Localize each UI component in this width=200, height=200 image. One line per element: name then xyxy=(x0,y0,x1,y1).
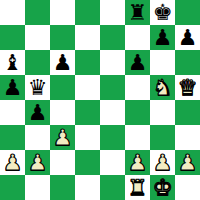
white-rook-f1[interactable]: ♜ xyxy=(128,175,148,200)
square-b6[interactable] xyxy=(25,50,50,75)
square-g5[interactable]: ♞ xyxy=(150,75,175,100)
square-f1[interactable]: ♜ xyxy=(125,175,150,200)
square-g8[interactable]: ♚ xyxy=(150,0,175,25)
black-pawn-a5[interactable]: ♟ xyxy=(3,75,23,100)
square-d7[interactable] xyxy=(75,25,100,50)
square-b4[interactable]: ♟ xyxy=(25,100,50,125)
square-a8[interactable] xyxy=(0,0,25,25)
square-g2[interactable]: ♟ xyxy=(150,150,175,175)
square-b5[interactable]: ♛ xyxy=(25,75,50,100)
black-queen-b5[interactable]: ♛ xyxy=(28,75,48,100)
square-e6[interactable] xyxy=(100,50,125,75)
square-h6[interactable] xyxy=(175,50,200,75)
square-e4[interactable] xyxy=(100,100,125,125)
square-c8[interactable] xyxy=(50,0,75,25)
square-a6[interactable]: ♝ xyxy=(0,50,25,75)
white-pawn-a2[interactable]: ♟ xyxy=(3,150,23,175)
square-a1[interactable] xyxy=(0,175,25,200)
square-b8[interactable] xyxy=(25,0,50,25)
square-b2[interactable]: ♟ xyxy=(25,150,50,175)
square-b3[interactable] xyxy=(25,125,50,150)
square-f5[interactable] xyxy=(125,75,150,100)
white-pawn-f2[interactable]: ♟ xyxy=(128,150,148,175)
black-bishop-a6[interactable]: ♝ xyxy=(3,50,23,75)
square-d5[interactable] xyxy=(75,75,100,100)
square-c4[interactable] xyxy=(50,100,75,125)
square-g4[interactable] xyxy=(150,100,175,125)
square-a4[interactable] xyxy=(0,100,25,125)
square-a5[interactable]: ♟ xyxy=(0,75,25,100)
square-f7[interactable] xyxy=(125,25,150,50)
square-d8[interactable] xyxy=(75,0,100,25)
square-e7[interactable] xyxy=(100,25,125,50)
square-c1[interactable] xyxy=(50,175,75,200)
square-c5[interactable] xyxy=(50,75,75,100)
square-a2[interactable]: ♟ xyxy=(0,150,25,175)
square-b1[interactable] xyxy=(25,175,50,200)
black-pawn-h7[interactable]: ♟ xyxy=(178,25,198,50)
square-g1[interactable]: ♚ xyxy=(150,175,175,200)
black-pawn-b4[interactable]: ♟ xyxy=(28,100,48,125)
white-pawn-g2[interactable]: ♟ xyxy=(153,150,173,175)
square-d4[interactable] xyxy=(75,100,100,125)
square-g7[interactable]: ♟ xyxy=(150,25,175,50)
square-h1[interactable] xyxy=(175,175,200,200)
square-e5[interactable] xyxy=(100,75,125,100)
square-c6[interactable]: ♟ xyxy=(50,50,75,75)
square-c7[interactable] xyxy=(50,25,75,50)
square-d6[interactable] xyxy=(75,50,100,75)
square-g6[interactable] xyxy=(150,50,175,75)
square-h5[interactable]: ♛ xyxy=(175,75,200,100)
square-d2[interactable] xyxy=(75,150,100,175)
square-h3[interactable] xyxy=(175,125,200,150)
white-pawn-h2[interactable]: ♟ xyxy=(178,150,198,175)
white-king-g1[interactable]: ♚ xyxy=(153,175,173,200)
black-pawn-c6[interactable]: ♟ xyxy=(53,50,73,75)
square-d1[interactable] xyxy=(75,175,100,200)
chess-board: ♜♚♟♟♝♟♟♟♛♞♛♟♟♟♟♟♟♟♜♚ xyxy=(0,0,200,200)
square-a3[interactable] xyxy=(0,125,25,150)
square-f3[interactable] xyxy=(125,125,150,150)
square-a7[interactable] xyxy=(0,25,25,50)
white-knight-g5[interactable]: ♞ xyxy=(153,75,173,100)
square-f4[interactable] xyxy=(125,100,150,125)
square-g3[interactable] xyxy=(150,125,175,150)
square-h4[interactable] xyxy=(175,100,200,125)
square-f8[interactable]: ♜ xyxy=(125,0,150,25)
square-f2[interactable]: ♟ xyxy=(125,150,150,175)
square-b7[interactable] xyxy=(25,25,50,50)
square-h7[interactable]: ♟ xyxy=(175,25,200,50)
square-c3[interactable]: ♟ xyxy=(50,125,75,150)
white-pawn-c3[interactable]: ♟ xyxy=(53,125,73,150)
square-e8[interactable] xyxy=(100,0,125,25)
square-d3[interactable] xyxy=(75,125,100,150)
square-e1[interactable] xyxy=(100,175,125,200)
square-f6[interactable]: ♟ xyxy=(125,50,150,75)
black-pawn-g7[interactable]: ♟ xyxy=(153,25,173,50)
square-e2[interactable] xyxy=(100,150,125,175)
square-c2[interactable] xyxy=(50,150,75,175)
black-pawn-f6[interactable]: ♟ xyxy=(128,50,148,75)
black-rook-f8[interactable]: ♜ xyxy=(128,0,148,25)
white-pawn-b2[interactable]: ♟ xyxy=(28,150,48,175)
square-e3[interactable] xyxy=(100,125,125,150)
white-queen-h5[interactable]: ♛ xyxy=(178,75,198,100)
square-h2[interactable]: ♟ xyxy=(175,150,200,175)
black-king-g8[interactable]: ♚ xyxy=(153,0,173,25)
square-h8[interactable] xyxy=(175,0,200,25)
